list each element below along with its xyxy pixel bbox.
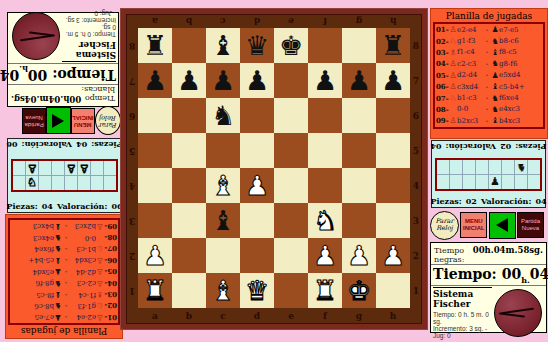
square-d2[interactable] [240,238,274,273]
opponent-time-row: Tiempo blancas: 00h.04m.04sg. [8,84,118,106]
square-g4[interactable] [342,168,376,203]
white-captured-panel: Piezas:04 Valoración:06 ♙♙♙♘ Piezas:04 V… [7,138,122,213]
captured-piece: ♘ [27,176,37,190]
square-a2[interactable]: ♟ [138,238,172,273]
captured-piece-cell [91,176,104,190]
file-label-bottom: f [308,308,342,324]
move-row: 03-♗f1-c4-♝f8-c5 [435,47,543,58]
opponent-time-label: Tiempo blancas: [81,85,115,103]
black-clock-panel: Tiempo blancas: 00h.04m.04sg. Tiempo: 00… [7,12,119,107]
move-row: 05-♙d2-d4-♟e5xd4 [435,70,543,81]
captured-piece-cell [528,175,540,189]
square-b5[interactable] [172,133,206,168]
square-a6[interactable] [138,98,172,133]
square-b8[interactable] [172,28,206,63]
square-b6[interactable] [172,98,206,133]
captured-label-rotated: Piezas:04 Valoración:06 [8,139,121,151]
black-captured-panel: Piezas:02 Valoración:04 ♞♟ Piezas:02 Val… [431,140,546,208]
captured-piece-cell [450,175,463,189]
captured-label: Piezas:04 Valoración:06 [8,200,121,212]
square-b1[interactable] [172,273,206,308]
square-a5[interactable] [138,133,172,168]
piece-white-bishop[interactable]: ♝ [211,168,235,203]
piece-black-bishop[interactable]: ♝ [211,203,235,238]
new-game-button[interactable]: PartidaNueva [22,108,46,134]
main-time-display: Tiempo: 00h.04m.58sg. [8,63,118,84]
white-clock-panel: Tiempo negras: 00h.04m.58sg. Tiempo: 00h… [430,242,547,333]
opponent-time-label: Tiempo negras: [434,246,473,264]
rank-label-left: 5 [126,133,138,168]
rank-label-right: 7 [410,63,422,98]
square-d8[interactable]: ♛ [240,28,274,63]
piece-black-pawn[interactable]: ♟ [381,63,405,98]
file-label-bottom: b [172,308,206,324]
square-b2[interactable] [172,238,206,273]
main-time-display: Tiempo: 00h.04m.04sg. [431,265,546,286]
captured-piece-cell [104,176,116,190]
move-row: 04-♙c2-c3-♞g8-f6 [435,58,543,69]
rank-label-right: 8 [410,28,422,63]
board-corner [410,14,422,28]
white-move-panel: Planilla de jugadas 01-♙e2-e4-♟e7-e502-♘… [430,8,548,139]
board-corner [126,308,138,324]
piece-white-king[interactable]: ♚ [347,273,371,308]
piece-black-king[interactable]: ♚ [279,28,303,63]
rank-label-right: 4 [410,168,422,203]
piece-white-pawn[interactable]: ♟ [381,238,405,273]
piece-black-pawn[interactable]: ♟ [245,63,269,98]
square-c6[interactable]: ♞ [206,98,240,133]
square-f3[interactable]: ♞ [308,203,342,238]
captured-piece-cell [489,160,502,175]
move-row: 02-♘g1-f3-♞b8-c6 [10,300,118,311]
main-menu-button[interactable]: MENUINICIAL [71,108,95,134]
piece-white-rook[interactable]: ♜ [313,273,337,308]
square-g7[interactable]: ♟ [342,63,376,98]
captured-piece-cell [52,176,65,190]
chess-board: abcdefgh8♜♝♛♚♜87♟♟♟♟♟♟♟76♞6554♝♟43♝♞32♟♟… [121,9,427,329]
square-e3[interactable] [274,203,308,238]
captured-piece-cell: ♙ [65,161,78,176]
file-label-top: c [206,14,240,28]
captured-piece-cell [91,161,104,176]
square-e7[interactable] [274,63,308,98]
move-row: 08-0-0-♞e4xc3 [435,104,543,115]
square-c7[interactable]: ♟ [206,63,240,98]
rank-label-right: 2 [410,238,422,273]
move-list-title: Planilla de jugadas [431,9,547,22]
captured-label-rotated: Piezas:02 Valoración:04 [432,141,545,153]
square-h1[interactable] [376,273,410,308]
captured-piece-cell [39,161,52,176]
square-f7[interactable]: ♟ [308,63,342,98]
square-g1[interactable]: ♚ [342,273,376,308]
file-label-top: f [308,14,342,28]
square-g3[interactable] [342,203,376,238]
square-g2[interactable]: ♟ [342,238,376,273]
move-row: 06-♙c3xd4-♝c5-b4+ [435,81,543,92]
play-button[interactable] [46,108,70,135]
captured-label: Piezas:02 Valoración:04 [432,195,545,207]
piece-white-pawn[interactable]: ♟ [245,168,269,203]
fischer-info: Sistema Fischer Tiempo: 0 h. 5 m. 0 sg. … [433,287,492,339]
opponent-time-value: 00h.04m.58sg. [473,245,543,255]
square-g8[interactable] [342,28,376,63]
square-e5[interactable] [274,133,308,168]
captured-grid: ♞♟ [435,158,542,191]
piece-black-pawn[interactable]: ♟ [313,63,337,98]
square-c2[interactable] [206,238,240,273]
opponent-time-value: 00h.04m.04sg. [11,94,81,104]
file-label-top: a [138,14,172,28]
rank-label-right: 6 [410,98,422,133]
piece-black-queen[interactable]: ♛ [245,28,269,63]
new-game-button[interactable]: PartidaNueva [517,212,544,238]
captured-piece-cell [476,175,489,189]
square-d1[interactable]: ♛ [240,273,274,308]
play-button[interactable] [489,212,516,239]
piece-white-knight[interactable]: ♞ [313,203,337,238]
square-b7[interactable]: ♟ [172,63,206,98]
square-e6[interactable] [274,98,308,133]
file-label-top: h [376,14,410,28]
move-row: 01-♙e2-e4-♟e7-e5 [435,24,543,35]
square-h8[interactable]: ♜ [376,28,410,63]
analog-clock-icon [494,289,542,337]
move-row: 01-♙e2-e4-♟e7-e5 [10,312,118,323]
square-e1[interactable] [274,273,308,308]
captured-piece-cell [104,161,116,176]
square-f6[interactable] [308,98,342,133]
piece-black-pawn[interactable]: ♟ [347,63,371,98]
move-row: 07-♘b1-c3-♞f6xe4 [10,243,118,254]
square-a1[interactable]: ♜ [138,273,172,308]
captured-piece-cell [502,175,515,189]
captured-piece-cell [39,176,52,190]
move-row: 06-♙c3xd4-♝c5-b4+ [10,255,118,266]
rank-label-left: 3 [126,203,138,238]
rank-label-left: 2 [126,238,138,273]
board-corner [410,308,422,324]
captured-piece-cell [463,160,476,175]
stop-clock-button[interactable]: PararReloj [95,107,121,136]
rank-label-left: 1 [126,273,138,308]
move-row: 08-0-0-♞e4xc3 [10,232,118,243]
move-row: 07-♘b1-c3-♞f6xe4 [435,92,543,103]
captured-piece-cell [52,161,65,176]
captured-piece-cell: ♟ [489,175,502,189]
rank-label-right: 5 [410,133,422,168]
move-list: 01-♙e2-e4-♟e7-e502-♘g1-f3-♞b8-c603-♗f1-c… [8,218,120,325]
captured-piece-cell: ♞ [515,160,528,175]
file-label-top: d [240,14,274,28]
square-a4[interactable] [138,168,172,203]
rank-label-left: 8 [126,28,138,63]
piece-white-pawn[interactable]: ♟ [313,238,337,273]
captured-piece-cell [476,160,489,175]
square-e8[interactable]: ♚ [274,28,308,63]
piece-black-knight[interactable]: ♞ [211,98,235,133]
captured-piece-cell [450,160,463,175]
square-f4[interactable] [308,168,342,203]
move-row: 09-♙b2xc3-♝b4xc3 [10,220,118,231]
captured-piece-cell [515,175,528,189]
captured-piece-cell [13,176,26,190]
square-f5[interactable] [308,133,342,168]
piece-white-queen[interactable]: ♛ [245,273,269,308]
fischer-info: Sistema Fischer Tiempo: 0 h. 5 m. 0 sg. … [62,10,116,62]
piece-black-rook[interactable]: ♜ [143,28,167,63]
white-button-row: PararReloj MENUINICIAL PartidaNueva [430,210,544,240]
piece-black-bishop[interactable]: ♝ [211,28,235,63]
piece-white-pawn[interactable]: ♟ [143,238,167,273]
rank-label-left: 4 [126,168,138,203]
captured-piece-cell [463,175,476,189]
captured-piece: ♟ [490,175,500,189]
captured-grid: ♙♙♙♘ [11,159,118,192]
move-row: 02-♘g1-f3-♞b8-c6 [435,35,543,46]
black-move-panel: Planilla de jugadas 01-♙e2-e4-♟e7-e502-♘… [5,214,123,339]
square-c8[interactable]: ♝ [206,28,240,63]
file-label-bottom: c [206,308,240,324]
file-label-bottom: g [342,308,376,324]
captured-piece: ♙ [66,161,76,175]
opponent-time-row: Tiempo negras: 00h.04m.58sg. [431,243,546,265]
black-button-row: PararReloj MENUINICIAL PartidaNueva [22,106,121,136]
square-d4[interactable]: ♟ [240,168,274,203]
square-c5[interactable] [206,133,240,168]
square-f8[interactable] [308,28,342,63]
piece-black-pawn[interactable]: ♟ [211,63,235,98]
rank-label-left: 7 [126,63,138,98]
play-triangle-icon [496,218,508,232]
captured-piece-cell: ♙ [78,161,91,176]
captured-piece-cell [437,160,450,175]
square-f1[interactable]: ♜ [308,273,342,308]
move-list: 01-♙e2-e4-♟e7-e502-♘g1-f3-♞b8-c603-♗f1-c… [433,22,545,129]
move-row: 09-♙b2xc3-♝b4xc3 [435,115,543,126]
captured-piece-cell [437,175,450,189]
square-a8[interactable]: ♜ [138,28,172,63]
captured-piece: ♞ [516,160,526,174]
move-row: 03-♗f1-c4-♝f8-c5 [10,289,118,300]
square-b4[interactable] [172,168,206,203]
captured-piece-cell: ♘ [26,176,39,190]
file-label-bottom: a [138,308,172,324]
piece-white-pawn[interactable]: ♟ [347,238,371,273]
captured-piece-cell [78,176,91,190]
main-menu-button[interactable]: MENUINICIAL [460,212,487,238]
file-label-bottom: d [240,308,274,324]
play-triangle-icon [52,114,64,128]
square-c4[interactable]: ♝ [206,168,240,203]
move-row: 05-♙d2-d4-♟e5xd4 [10,266,118,277]
square-c3[interactable]: ♝ [206,203,240,238]
square-f2[interactable]: ♟ [308,238,342,273]
square-b3[interactable] [172,203,206,238]
captured-piece-cell [502,160,515,175]
analog-clock-icon [12,12,60,60]
square-h4[interactable] [376,168,410,203]
file-label-top: g [342,14,376,28]
piece-black-pawn[interactable]: ♟ [143,63,167,98]
square-g6[interactable] [342,98,376,133]
rank-label-left: 6 [126,98,138,133]
move-list-title: Planilla de jugadas [6,325,122,338]
board-corner [126,14,138,28]
captured-piece: ♙ [79,161,89,175]
move-row: 04-♙c2-c3-♞g8-f6 [10,277,118,288]
rank-label-right: 3 [410,203,422,238]
piece-white-bishop[interactable]: ♝ [211,273,235,308]
rank-label-right: 1 [410,273,422,308]
piece-white-rook[interactable]: ♜ [143,273,167,308]
square-d6[interactable] [240,98,274,133]
square-h5[interactable] [376,133,410,168]
square-e2[interactable] [274,238,308,273]
piece-black-rook[interactable]: ♜ [381,28,405,63]
file-label-bottom: h [376,308,410,324]
square-e4[interactable] [274,168,308,203]
square-h3[interactable] [376,203,410,238]
square-h7[interactable]: ♟ [376,63,410,98]
captured-piece-cell [65,176,78,190]
captured-piece-cell [13,161,26,176]
file-label-top: e [274,14,308,28]
square-c1[interactable]: ♝ [206,273,240,308]
file-label-bottom: e [274,308,308,324]
square-d7[interactable]: ♟ [240,63,274,98]
square-d3[interactable] [240,203,274,238]
stop-clock-button[interactable]: PararReloj [430,211,459,240]
captured-piece-cell: ♙ [26,161,39,176]
square-d5[interactable] [240,133,274,168]
file-label-top: b [172,14,206,28]
square-a7[interactable]: ♟ [138,63,172,98]
square-g5[interactable] [342,133,376,168]
square-h2[interactable]: ♟ [376,238,410,273]
piece-black-pawn[interactable]: ♟ [177,63,201,98]
chess-app-window: Tiempo blancas: 00h.04m.04sg. Tiempo: 00… [0,0,548,342]
square-h6[interactable] [376,98,410,133]
captured-piece: ♙ [27,161,37,175]
square-a3[interactable] [138,203,172,238]
captured-piece-cell [528,160,540,175]
